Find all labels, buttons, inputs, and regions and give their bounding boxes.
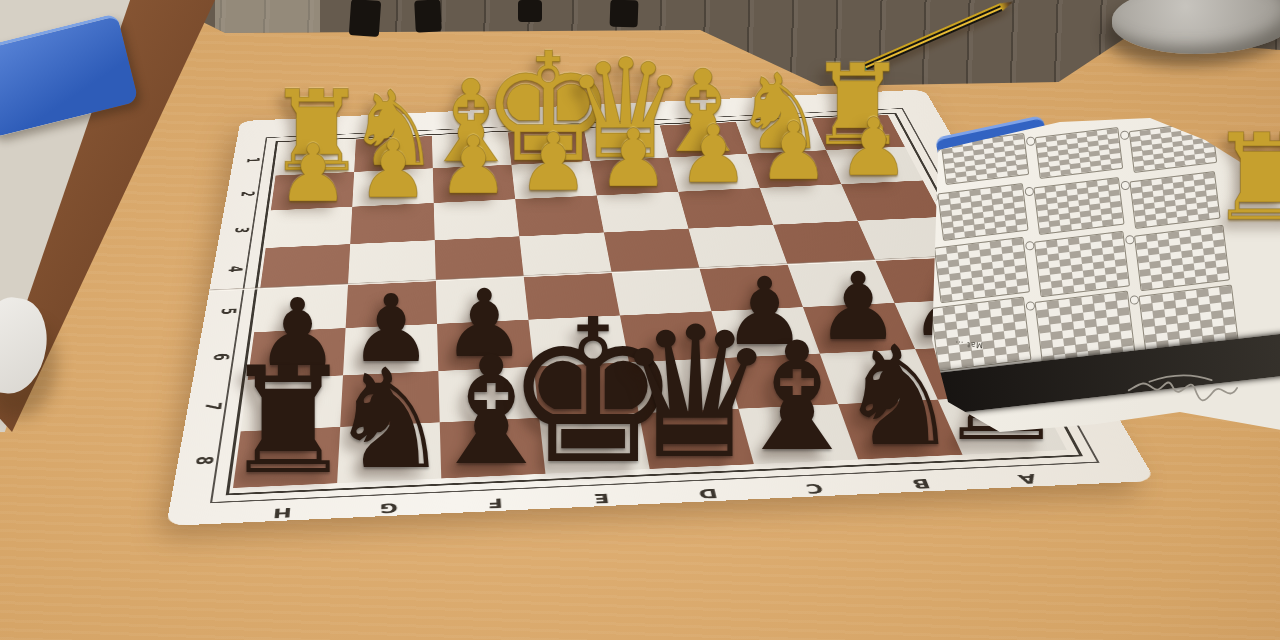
floor-light-band — [215, 0, 320, 40]
chess-class-photo: 12345678HGFEDCBA ♜♞♝♚♛♝♞♜♟♟♟♟♟♟♟♟♟♟♟♟♟♟♜… — [0, 0, 1280, 640]
file-label-g: G — [379, 500, 398, 516]
rank-label-8: 8 — [191, 456, 218, 466]
gray-knit-fabric[interactable] — [1112, 0, 1280, 54]
worksheet-caption: Mat … — [955, 340, 983, 350]
square-d4[interactable] — [604, 229, 700, 273]
handwritten-signature — [1120, 364, 1242, 412]
white-pawn-g2[interactable]: ♟ — [357, 130, 429, 210]
chair-leg — [349, 0, 381, 37]
rank-label-4: 4 — [224, 266, 247, 273]
white-pawn-c2[interactable]: ♟ — [678, 115, 750, 195]
white-pawn-b2[interactable]: ♟ — [758, 111, 830, 191]
white-pawn-f2[interactable]: ♟ — [437, 126, 509, 206]
worksheet-mini-board — [934, 237, 1030, 304]
worksheet-mini-board — [1035, 127, 1123, 179]
rank-label-5: 5 — [217, 307, 240, 315]
worksheet-mini-board — [930, 297, 1031, 372]
worksheet-mini-board — [1129, 121, 1217, 173]
white-pawn-a2[interactable]: ♟ — [838, 107, 910, 187]
rank-label-2: 2 — [237, 191, 258, 197]
rank-label-3: 3 — [231, 227, 253, 234]
off-board-white-rook[interactable]: ♜ — [1208, 118, 1280, 238]
worksheet-mini-board — [1034, 231, 1130, 298]
white-pawn-e2[interactable]: ♟ — [517, 122, 589, 202]
chair-leg — [518, 0, 542, 22]
file-label-h: H — [272, 505, 292, 521]
worksheet-mini-board — [937, 183, 1028, 241]
chair-leg — [414, 0, 442, 33]
worksheet-mini-board — [1033, 177, 1124, 235]
worksheet-mini-board — [1129, 171, 1220, 229]
white-pawn-d2[interactable]: ♟ — [598, 118, 670, 198]
rank-label-1: 1 — [243, 157, 263, 163]
white-pawn-h2[interactable]: ♟ — [277, 133, 349, 213]
square-e4[interactable] — [519, 232, 611, 276]
